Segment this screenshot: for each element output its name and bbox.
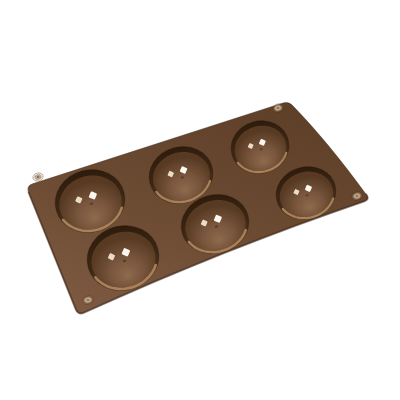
silicone-mold-image: [0, 0, 400, 400]
product-photo: [0, 0, 400, 400]
mold-body: [28, 103, 368, 314]
